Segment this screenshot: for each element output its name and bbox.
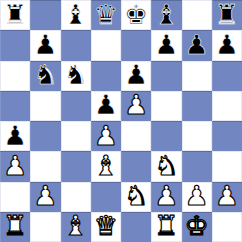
square-a3[interactable]: ♟ xyxy=(0,151,30,181)
square-f1[interactable]: ♜ xyxy=(151,212,181,242)
square-b7[interactable]: ♟ xyxy=(30,30,60,60)
piece-black-bishop[interactable]: ♝ xyxy=(64,1,88,28)
piece-white-bishop[interactable]: ♝ xyxy=(64,212,88,239)
square-g2[interactable]: ♟ xyxy=(182,182,212,212)
piece-white-rook[interactable]: ♜ xyxy=(3,212,27,239)
piece-black-bishop[interactable]: ♝ xyxy=(154,1,178,28)
square-d6[interactable] xyxy=(91,61,121,91)
square-e3[interactable] xyxy=(121,151,151,181)
square-e2[interactable]: ♞ xyxy=(121,182,151,212)
square-e1[interactable] xyxy=(121,212,151,242)
square-b3[interactable] xyxy=(30,151,60,181)
piece-black-pawn[interactable]: ♟ xyxy=(94,91,118,118)
piece-white-knight[interactable]: ♞ xyxy=(154,152,178,179)
square-c5[interactable] xyxy=(61,91,91,121)
square-c4[interactable] xyxy=(61,121,91,151)
piece-black-pawn[interactable]: ♟ xyxy=(3,122,27,149)
piece-white-pawn[interactable]: ♟ xyxy=(94,122,118,149)
square-b5[interactable] xyxy=(30,91,60,121)
square-d3[interactable]: ♝ xyxy=(91,151,121,181)
square-h5[interactable] xyxy=(212,91,242,121)
square-h6[interactable] xyxy=(212,61,242,91)
square-e5[interactable]: ♟ xyxy=(121,91,151,121)
square-h4[interactable] xyxy=(212,121,242,151)
square-g1[interactable]: ♚ xyxy=(182,212,212,242)
piece-white-pawn[interactable]: ♟ xyxy=(124,91,148,118)
square-h1[interactable] xyxy=(212,212,242,242)
piece-black-king[interactable]: ♚ xyxy=(124,1,148,28)
piece-black-pawn[interactable]: ♟ xyxy=(215,31,239,58)
piece-black-rook[interactable]: ♜ xyxy=(3,1,27,28)
piece-black-queen[interactable]: ♛ xyxy=(94,1,118,28)
piece-black-knight[interactable]: ♞ xyxy=(64,61,88,88)
square-f5[interactable] xyxy=(151,91,181,121)
piece-white-pawn[interactable]: ♟ xyxy=(3,152,27,179)
square-h7[interactable]: ♟ xyxy=(212,30,242,60)
piece-white-rook[interactable]: ♜ xyxy=(154,212,178,239)
square-f7[interactable]: ♟ xyxy=(151,30,181,60)
square-f3[interactable]: ♞ xyxy=(151,151,181,181)
piece-white-bishop[interactable]: ♝ xyxy=(94,152,118,179)
square-d8[interactable]: ♛ xyxy=(91,0,121,30)
piece-black-rook[interactable]: ♜ xyxy=(215,1,239,28)
square-a6[interactable] xyxy=(0,61,30,91)
square-b8[interactable] xyxy=(30,0,60,30)
square-f4[interactable] xyxy=(151,121,181,151)
square-h8[interactable]: ♜ xyxy=(212,0,242,30)
piece-black-pawn[interactable]: ♟ xyxy=(185,31,209,58)
square-h2[interactable]: ♟ xyxy=(212,182,242,212)
square-a8[interactable]: ♜ xyxy=(0,0,30,30)
square-e4[interactable] xyxy=(121,121,151,151)
square-d1[interactable]: ♛ xyxy=(91,212,121,242)
square-g6[interactable] xyxy=(182,61,212,91)
square-a2[interactable] xyxy=(0,182,30,212)
square-c8[interactable]: ♝ xyxy=(61,0,91,30)
square-f2[interactable]: ♟ xyxy=(151,182,181,212)
square-h3[interactable] xyxy=(212,151,242,181)
square-c7[interactable] xyxy=(61,30,91,60)
square-b2[interactable]: ♟ xyxy=(30,182,60,212)
square-e8[interactable]: ♚ xyxy=(121,0,151,30)
square-f6[interactable] xyxy=(151,61,181,91)
piece-black-pawn[interactable]: ♟ xyxy=(154,31,178,58)
piece-white-king[interactable]: ♚ xyxy=(185,212,209,239)
square-g7[interactable]: ♟ xyxy=(182,30,212,60)
piece-black-knight[interactable]: ♞ xyxy=(33,61,57,88)
square-g3[interactable] xyxy=(182,151,212,181)
square-f8[interactable]: ♝ xyxy=(151,0,181,30)
square-c2[interactable] xyxy=(61,182,91,212)
piece-black-pawn[interactable]: ♟ xyxy=(124,61,148,88)
square-g4[interactable] xyxy=(182,121,212,151)
square-c1[interactable]: ♝ xyxy=(61,212,91,242)
piece-white-queen[interactable]: ♛ xyxy=(94,212,118,239)
square-a7[interactable] xyxy=(0,30,30,60)
square-a4[interactable]: ♟ xyxy=(0,121,30,151)
square-c3[interactable] xyxy=(61,151,91,181)
square-b1[interactable] xyxy=(30,212,60,242)
square-c6[interactable]: ♞ xyxy=(61,61,91,91)
square-d2[interactable] xyxy=(91,182,121,212)
piece-white-pawn[interactable]: ♟ xyxy=(185,182,209,209)
square-e6[interactable]: ♟ xyxy=(121,61,151,91)
square-d5[interactable]: ♟ xyxy=(91,91,121,121)
piece-black-pawn[interactable]: ♟ xyxy=(33,31,57,58)
piece-white-pawn[interactable]: ♟ xyxy=(215,182,239,209)
square-d4[interactable]: ♟ xyxy=(91,121,121,151)
piece-white-knight[interactable]: ♞ xyxy=(124,182,148,209)
square-a1[interactable]: ♜ xyxy=(0,212,30,242)
square-d7[interactable] xyxy=(91,30,121,60)
piece-white-pawn[interactable]: ♟ xyxy=(33,182,57,209)
square-b4[interactable] xyxy=(30,121,60,151)
square-e7[interactable] xyxy=(121,30,151,60)
piece-white-pawn[interactable]: ♟ xyxy=(154,182,178,209)
square-b6[interactable]: ♞ xyxy=(30,61,60,91)
square-g8[interactable] xyxy=(182,0,212,30)
chess-board: ♜♝♛♚♝♜♟♟♟♟♞♞♟♟♟♟♟♟♝♞♟♞♟♟♟♜♝♛♜♚ xyxy=(0,0,242,242)
square-a5[interactable] xyxy=(0,91,30,121)
square-g5[interactable] xyxy=(182,91,212,121)
